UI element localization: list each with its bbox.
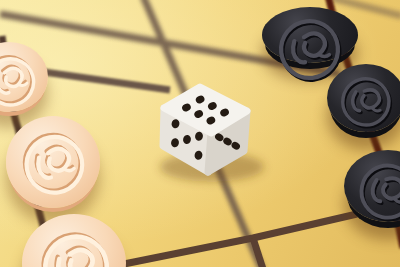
board-line: [253, 238, 263, 267]
black-piece-middle-right: [327, 64, 400, 132]
piece-emblem: [14, 124, 95, 205]
black-piece-upper-right: [262, 7, 358, 63]
cream-piece-middle-left: [6, 116, 100, 208]
board-line: [30, 70, 170, 90]
grid-lines-near: [114, 214, 357, 267]
photo-scene: [0, 0, 400, 267]
piece-emblem: [333, 68, 400, 135]
board-line: [114, 214, 357, 266]
